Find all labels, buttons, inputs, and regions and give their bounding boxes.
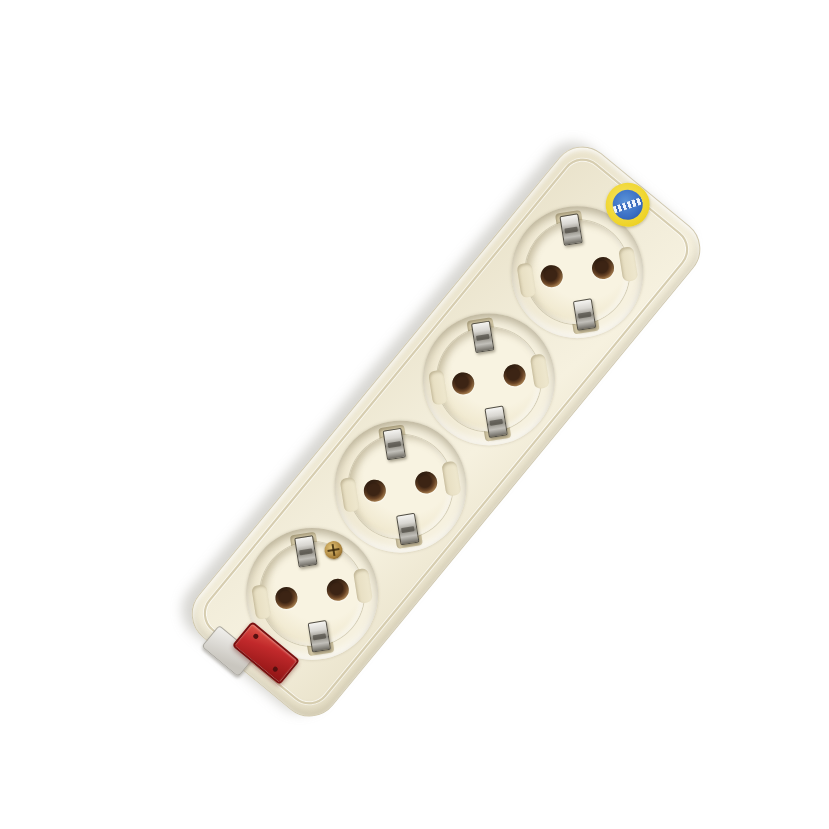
power-strip bbox=[179, 134, 712, 728]
sticker-inner-disc bbox=[610, 187, 645, 222]
socket-insert bbox=[341, 427, 460, 546]
socket-insert bbox=[429, 320, 548, 439]
socket-insert bbox=[518, 213, 637, 332]
switch-pin-dot bbox=[252, 633, 259, 640]
switch-pin-dot bbox=[272, 666, 279, 673]
sticker-band bbox=[611, 197, 645, 214]
photo-canvas bbox=[0, 0, 829, 829]
